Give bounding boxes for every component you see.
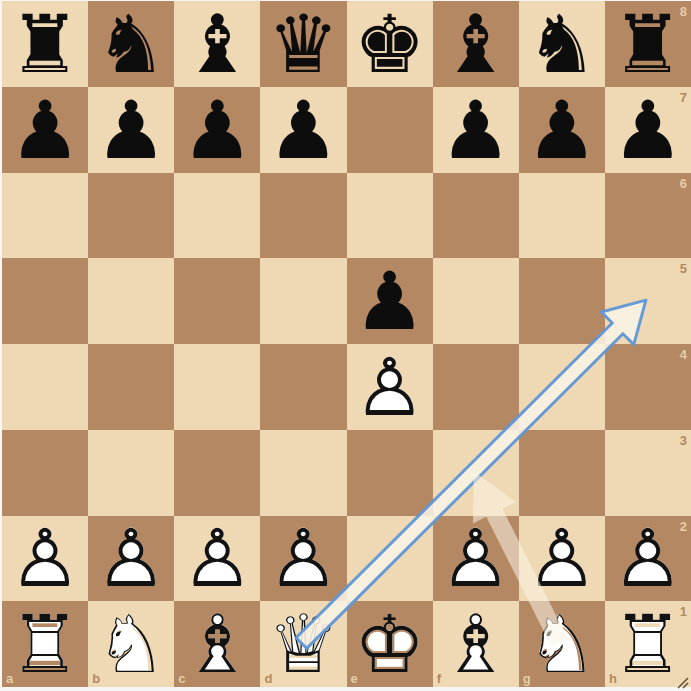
square-a1[interactable]: a♜♖: [2, 601, 88, 687]
square-a2[interactable]: ♟♙: [2, 516, 88, 602]
square-f8[interactable]: ♝: [433, 1, 519, 87]
piece-white-pawn-c2[interactable]: ♟♙: [174, 516, 260, 602]
square-a3[interactable]: [2, 430, 88, 516]
piece-white-knight-g1[interactable]: ♞♘: [519, 601, 605, 687]
square-d5[interactable]: [260, 258, 346, 344]
rank-label-5: 5: [680, 261, 687, 276]
square-g6[interactable]: [519, 173, 605, 259]
piece-black-bishop-c8[interactable]: ♝: [174, 1, 260, 87]
square-c8[interactable]: ♝: [174, 1, 260, 87]
square-d4[interactable]: [260, 344, 346, 430]
piece-white-pawn-b2[interactable]: ♟♙: [88, 516, 174, 602]
chess-app-window: ♜♞♝♛♚♝♞8♜♟♟♟♟♟♟7♟6♟5♟♙43♟♙♟♙♟♙♟♙♟♙♟♙2♟♙a…: [0, 0, 691, 691]
square-f3[interactable]: [433, 430, 519, 516]
piece-white-bishop-c1[interactable]: ♝♗: [174, 601, 260, 687]
square-f7[interactable]: ♟: [433, 87, 519, 173]
square-g2[interactable]: ♟♙: [519, 516, 605, 602]
piece-black-pawn-c7[interactable]: ♟: [174, 87, 260, 173]
square-f5[interactable]: [433, 258, 519, 344]
square-a8[interactable]: ♜: [2, 1, 88, 87]
piece-black-queen-d8[interactable]: ♛: [260, 1, 346, 87]
square-a6[interactable]: [2, 173, 88, 259]
piece-white-pawn-h2[interactable]: ♟♙: [605, 516, 691, 602]
piece-black-king-e8[interactable]: ♚: [347, 1, 433, 87]
piece-black-pawn-e5[interactable]: ♟: [347, 258, 433, 344]
square-g3[interactable]: [519, 430, 605, 516]
square-b8[interactable]: ♞: [88, 1, 174, 87]
square-b2[interactable]: ♟♙: [88, 516, 174, 602]
square-f4[interactable]: [433, 344, 519, 430]
square-h8[interactable]: 8♜: [605, 1, 691, 87]
piece-black-pawn-a7[interactable]: ♟: [2, 87, 88, 173]
piece-black-bishop-f8[interactable]: ♝: [433, 1, 519, 87]
square-c2[interactable]: ♟♙: [174, 516, 260, 602]
square-e8[interactable]: ♚: [347, 1, 433, 87]
square-a5[interactable]: [2, 258, 88, 344]
piece-black-knight-g8[interactable]: ♞: [519, 1, 605, 87]
square-h5[interactable]: 5: [605, 258, 691, 344]
square-h2[interactable]: 2♟♙: [605, 516, 691, 602]
square-c5[interactable]: [174, 258, 260, 344]
square-e6[interactable]: [347, 173, 433, 259]
piece-black-pawn-b7[interactable]: ♟: [88, 87, 174, 173]
square-d8[interactable]: ♛: [260, 1, 346, 87]
square-b7[interactable]: ♟: [88, 87, 174, 173]
square-g5[interactable]: [519, 258, 605, 344]
piece-white-knight-b1[interactable]: ♞♘: [88, 601, 174, 687]
piece-black-knight-b8[interactable]: ♞: [88, 1, 174, 87]
square-b4[interactable]: [88, 344, 174, 430]
square-e7[interactable]: [347, 87, 433, 173]
rank-label-3: 3: [680, 433, 687, 448]
piece-black-pawn-d7[interactable]: ♟: [260, 87, 346, 173]
rank-label-4: 4: [680, 347, 687, 362]
piece-white-pawn-d2[interactable]: ♟♙: [260, 516, 346, 602]
board-resize-handle[interactable]: [675, 675, 689, 689]
piece-white-king-e1[interactable]: ♚♔: [347, 601, 433, 687]
square-b6[interactable]: [88, 173, 174, 259]
piece-white-queen-d1[interactable]: ♛♕: [260, 601, 346, 687]
square-c7[interactable]: ♟: [174, 87, 260, 173]
square-h7[interactable]: 7♟: [605, 87, 691, 173]
square-e5[interactable]: ♟: [347, 258, 433, 344]
square-d2[interactable]: ♟♙: [260, 516, 346, 602]
square-c6[interactable]: [174, 173, 260, 259]
piece-white-bishop-f1[interactable]: ♝♗: [433, 601, 519, 687]
square-f1[interactable]: f♝♗: [433, 601, 519, 687]
square-d3[interactable]: [260, 430, 346, 516]
piece-white-pawn-g2[interactable]: ♟♙: [519, 516, 605, 602]
square-b1[interactable]: b♞♘: [88, 601, 174, 687]
square-g8[interactable]: ♞: [519, 1, 605, 87]
piece-black-rook-a8[interactable]: ♜: [2, 1, 88, 87]
square-g1[interactable]: g♞♘: [519, 601, 605, 687]
square-e4[interactable]: ♟♙: [347, 344, 433, 430]
piece-black-pawn-h7[interactable]: ♟: [605, 87, 691, 173]
piece-black-rook-h8[interactable]: ♜: [605, 1, 691, 87]
square-f2[interactable]: ♟♙: [433, 516, 519, 602]
square-c4[interactable]: [174, 344, 260, 430]
square-a7[interactable]: ♟: [2, 87, 88, 173]
square-b5[interactable]: [88, 258, 174, 344]
square-c1[interactable]: c♝♗: [174, 601, 260, 687]
piece-white-rook-a1[interactable]: ♜♖: [2, 601, 88, 687]
square-g4[interactable]: [519, 344, 605, 430]
piece-black-pawn-f7[interactable]: ♟: [433, 87, 519, 173]
square-c3[interactable]: [174, 430, 260, 516]
square-g7[interactable]: ♟: [519, 87, 605, 173]
piece-white-pawn-a2[interactable]: ♟♙: [2, 516, 88, 602]
square-a4[interactable]: [2, 344, 88, 430]
square-f6[interactable]: [433, 173, 519, 259]
square-e2[interactable]: [347, 516, 433, 602]
square-h4[interactable]: 4: [605, 344, 691, 430]
square-d7[interactable]: ♟: [260, 87, 346, 173]
square-d6[interactable]: [260, 173, 346, 259]
square-h6[interactable]: 6: [605, 173, 691, 259]
piece-white-pawn-e4[interactable]: ♟♙: [347, 344, 433, 430]
square-e1[interactable]: e♚♔: [347, 601, 433, 687]
square-e3[interactable]: [347, 430, 433, 516]
square-b3[interactable]: [88, 430, 174, 516]
chess-board[interactable]: ♜♞♝♛♚♝♞8♜♟♟♟♟♟♟7♟6♟5♟♙43♟♙♟♙♟♙♟♙♟♙♟♙2♟♙a…: [2, 1, 691, 687]
piece-white-pawn-f2[interactable]: ♟♙: [433, 516, 519, 602]
square-d1[interactable]: d♛♕: [260, 601, 346, 687]
piece-black-pawn-g7[interactable]: ♟: [519, 87, 605, 173]
square-h3[interactable]: 3: [605, 430, 691, 516]
rank-label-6: 6: [680, 176, 687, 191]
